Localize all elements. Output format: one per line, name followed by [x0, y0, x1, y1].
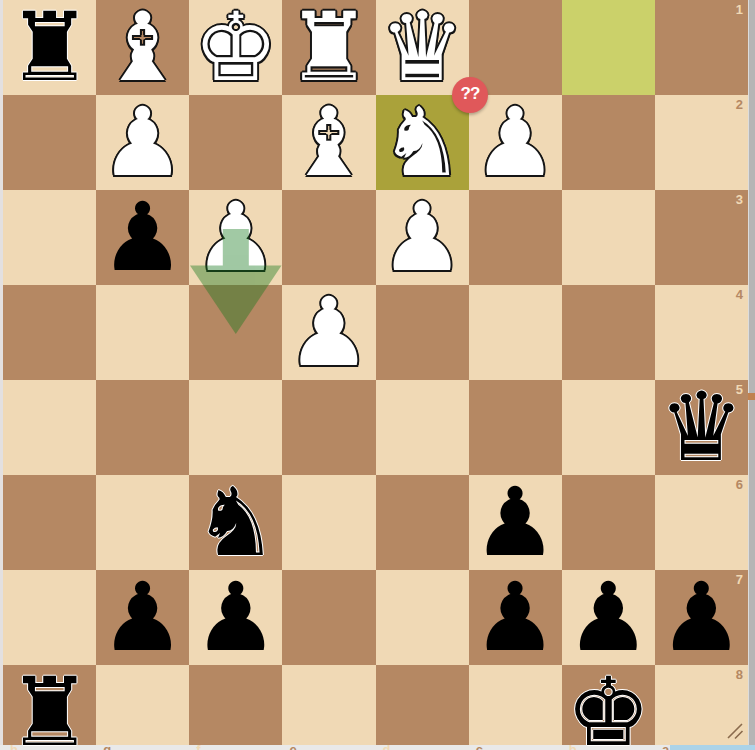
square-c4[interactable]: [469, 285, 562, 380]
piece-black-rook[interactable]: ♜: [7, 665, 92, 750]
square-a6[interactable]: 6: [655, 475, 748, 570]
square-e5[interactable]: [282, 380, 375, 475]
square-e4[interactable]: ♟: [282, 285, 375, 380]
square-h4[interactable]: [3, 285, 96, 380]
rank-label-4: 4: [736, 287, 743, 302]
square-h5[interactable]: [3, 380, 96, 475]
square-h6[interactable]: [3, 475, 96, 570]
piece-black-pawn[interactable]: ♟: [100, 190, 185, 285]
square-e1[interactable]: ♜: [282, 0, 375, 95]
square-d6[interactable]: [376, 475, 469, 570]
square-c3[interactable]: [469, 190, 562, 285]
square-b8[interactable]: ♚b: [562, 665, 655, 750]
chess-board: ♜♝♚♜♛1♟♝♞♟2♟♟♟3♟4♛5♞♟6♟♟♟♟♟7♜hgfedc♚b8a: [3, 0, 748, 745]
piece-black-pawn[interactable]: ♟: [566, 570, 651, 665]
square-a4[interactable]: 4: [655, 285, 748, 380]
square-h2[interactable]: [3, 95, 96, 190]
square-d4[interactable]: [376, 285, 469, 380]
piece-white-bishop[interactable]: ♝: [286, 95, 371, 190]
analysis-board-page: ♜♝♚♜♛1♟♝♞♟2♟♟♟3♟4♛5♞♟6♟♟♟♟♟7♜hgfedc♚b8a …: [0, 0, 755, 750]
square-c6[interactable]: ♟: [469, 475, 562, 570]
square-g2[interactable]: ♟: [96, 95, 189, 190]
square-e2[interactable]: ♝: [282, 95, 375, 190]
right-scrollbar-track[interactable]: [748, 0, 755, 745]
square-f1[interactable]: ♚: [189, 0, 282, 95]
square-c7[interactable]: ♟: [469, 570, 562, 665]
square-f8[interactable]: f: [189, 665, 282, 750]
square-b7[interactable]: ♟: [562, 570, 655, 665]
square-a2[interactable]: 2: [655, 95, 748, 190]
square-a7[interactable]: ♟7: [655, 570, 748, 665]
blunder-badge: ??: [452, 77, 488, 113]
square-h7[interactable]: [3, 570, 96, 665]
square-g6[interactable]: [96, 475, 189, 570]
board-resize-handle[interactable]: [724, 720, 746, 742]
piece-black-queen[interactable]: ♛: [659, 380, 744, 475]
square-h3[interactable]: [3, 190, 96, 285]
piece-black-pawn[interactable]: ♟: [659, 570, 744, 665]
square-g4[interactable]: [96, 285, 189, 380]
piece-black-king[interactable]: ♚: [566, 665, 651, 750]
blunder-glyph: ??: [461, 84, 480, 104]
square-g5[interactable]: [96, 380, 189, 475]
square-d3[interactable]: ♟: [376, 190, 469, 285]
piece-white-knight[interactable]: ♞: [379, 95, 464, 190]
square-f6[interactable]: ♞: [189, 475, 282, 570]
square-b4[interactable]: [562, 285, 655, 380]
square-d7[interactable]: [376, 570, 469, 665]
square-e8[interactable]: e: [282, 665, 375, 750]
piece-black-pawn[interactable]: ♟: [473, 570, 558, 665]
square-g7[interactable]: ♟: [96, 570, 189, 665]
square-c5[interactable]: [469, 380, 562, 475]
square-c2[interactable]: ♟: [469, 95, 562, 190]
rank-label-1: 1: [736, 2, 743, 17]
square-f4[interactable]: [189, 285, 282, 380]
piece-white-rook[interactable]: ♜: [286, 0, 371, 95]
square-h1[interactable]: ♜: [3, 0, 96, 95]
square-b1[interactable]: [562, 0, 655, 95]
piece-black-rook[interactable]: ♜: [7, 0, 92, 95]
square-b5[interactable]: [562, 380, 655, 475]
square-e3[interactable]: [282, 190, 375, 285]
piece-white-pawn[interactable]: ♟: [473, 95, 558, 190]
square-b2[interactable]: [562, 95, 655, 190]
square-d8[interactable]: d: [376, 665, 469, 750]
square-d5[interactable]: [376, 380, 469, 475]
square-e7[interactable]: [282, 570, 375, 665]
piece-white-pawn[interactable]: ♟: [193, 190, 278, 285]
square-d1[interactable]: ♛: [376, 0, 469, 95]
square-e6[interactable]: [282, 475, 375, 570]
square-h8[interactable]: ♜h: [3, 665, 96, 750]
square-g1[interactable]: ♝: [96, 0, 189, 95]
piece-white-pawn[interactable]: ♟: [286, 285, 371, 380]
square-f7[interactable]: ♟: [189, 570, 282, 665]
rank-label-3: 3: [736, 192, 743, 207]
rank-label-2: 2: [736, 97, 743, 112]
square-b3[interactable]: [562, 190, 655, 285]
bottom-scrollbar-thumb[interactable]: [670, 745, 755, 750]
piece-black-knight[interactable]: ♞: [193, 475, 278, 570]
piece-white-pawn[interactable]: ♟: [100, 95, 185, 190]
piece-white-king[interactable]: ♚: [193, 0, 278, 95]
square-f3[interactable]: ♟: [189, 190, 282, 285]
square-f2[interactable]: [189, 95, 282, 190]
piece-black-pawn[interactable]: ♟: [193, 570, 278, 665]
piece-black-pawn[interactable]: ♟: [100, 570, 185, 665]
piece-white-pawn[interactable]: ♟: [379, 190, 464, 285]
square-g8[interactable]: g: [96, 665, 189, 750]
scroll-position-tick: [748, 393, 755, 400]
square-a3[interactable]: 3: [655, 190, 748, 285]
square-a1[interactable]: 1: [655, 0, 748, 95]
square-b6[interactable]: [562, 475, 655, 570]
square-g3[interactable]: ♟: [96, 190, 189, 285]
square-c8[interactable]: c: [469, 665, 562, 750]
square-f5[interactable]: [189, 380, 282, 475]
square-a5[interactable]: ♛5: [655, 380, 748, 475]
piece-black-pawn[interactable]: ♟: [473, 475, 558, 570]
piece-white-bishop[interactable]: ♝: [100, 0, 185, 95]
square-d2[interactable]: ♞: [376, 95, 469, 190]
piece-white-queen[interactable]: ♛: [379, 0, 464, 95]
square-c1[interactable]: [469, 0, 562, 95]
